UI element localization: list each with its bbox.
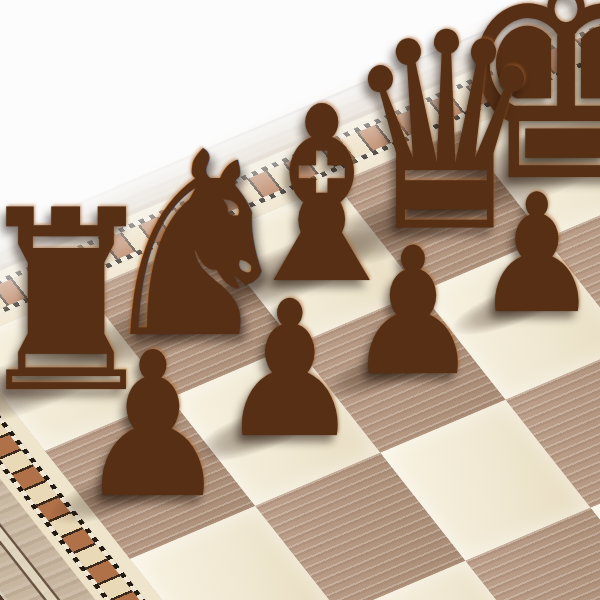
- piece-black-pawn-d7[interactable]: ♟: [475, 173, 600, 337]
- piece-black-pawn-a7[interactable]: ♟: [77, 326, 229, 526]
- chess-set-photo: ♚♛♝♟♞♟♜♟♟: [0, 0, 600, 600]
- piece-black-pawn-b7[interactable]: ♟: [218, 276, 361, 464]
- pieces-layer: ♚♛♝♟♞♟♜♟♟: [0, 0, 600, 600]
- piece-black-pawn-c7[interactable]: ♟: [346, 225, 480, 401]
